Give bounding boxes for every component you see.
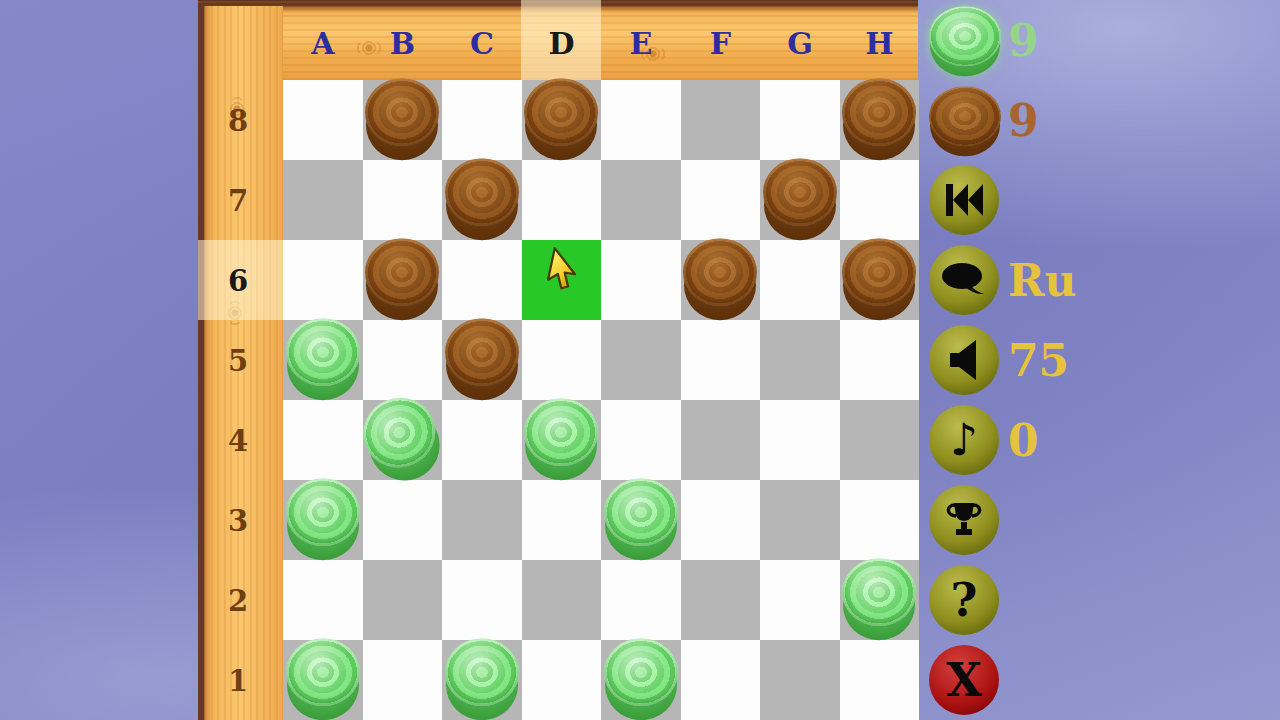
square-a6[interactable] (283, 240, 363, 320)
green-checker[interactable] (286, 318, 360, 400)
square-g7[interactable] (760, 160, 840, 240)
square-e6[interactable] (601, 240, 681, 320)
square-b7[interactable] (363, 160, 443, 240)
row-label-6: 6 (198, 264, 278, 298)
green-pieces-count: 9 (1008, 10, 1128, 72)
square-g4[interactable] (760, 400, 840, 480)
square-g5[interactable] (760, 320, 840, 400)
square-e3[interactable] (601, 480, 681, 560)
square-f4[interactable] (681, 400, 761, 480)
column-label-b: B (363, 26, 443, 61)
square-c3[interactable] (442, 480, 522, 560)
square-b1[interactable] (363, 640, 443, 720)
column-label-c: C (442, 26, 522, 61)
row-label-1: 1 (198, 664, 278, 698)
square-c7[interactable] (442, 160, 522, 240)
square-a5[interactable] (283, 320, 363, 400)
brown-checker[interactable] (365, 78, 439, 160)
column-label-g: G (760, 26, 840, 61)
square-e8[interactable] (601, 80, 681, 160)
square-f7[interactable] (681, 160, 761, 240)
square-h8[interactable] (840, 80, 920, 160)
square-a1[interactable] (283, 640, 363, 720)
column-label-h: H (840, 26, 920, 61)
square-a2[interactable] (283, 560, 363, 640)
square-c5[interactable] (442, 320, 522, 400)
help-button[interactable]: ? (929, 565, 1001, 637)
speech-bubble-icon (941, 261, 987, 299)
x-close-icon: X (946, 657, 982, 703)
square-g8[interactable] (760, 80, 840, 160)
square-a4[interactable] (283, 400, 363, 480)
square-e5[interactable] (601, 320, 681, 400)
square-d3[interactable] (522, 480, 602, 560)
square-e7[interactable] (601, 160, 681, 240)
square-g2[interactable] (760, 560, 840, 640)
square-h2[interactable] (840, 560, 920, 640)
column-label-e: E (601, 26, 681, 61)
brown-checker[interactable] (763, 158, 837, 240)
square-d1[interactable] (522, 640, 602, 720)
column-label-f: F (681, 26, 761, 61)
achievements-button[interactable] (929, 485, 1001, 557)
square-g3[interactable] (760, 480, 840, 560)
brown-pieces-counter (929, 86, 1001, 158)
green-checker[interactable] (842, 558, 916, 640)
row-label-8: 8 (198, 104, 278, 138)
language-chat-button[interactable] (929, 245, 1001, 317)
green-checker[interactable] (353, 387, 452, 492)
row-label-3: 3 (198, 504, 278, 538)
brown-checker[interactable] (683, 238, 757, 320)
language-label: Ru (1008, 250, 1128, 312)
square-h4[interactable] (840, 400, 920, 480)
undo-rewind-button[interactable] (929, 165, 1001, 237)
square-f2[interactable] (681, 560, 761, 640)
square-c6[interactable] (442, 240, 522, 320)
square-f5[interactable] (681, 320, 761, 400)
brown-pieces-count: 9 (1008, 90, 1128, 152)
brown-checker[interactable] (842, 78, 916, 160)
square-c8[interactable] (442, 80, 522, 160)
square-g6[interactable] (760, 240, 840, 320)
row-label-5: 5 (198, 344, 278, 378)
column-label-d: D (522, 26, 602, 61)
rewind-icon (943, 181, 985, 219)
square-b5[interactable] (363, 320, 443, 400)
square-b3[interactable] (363, 480, 443, 560)
square-f3[interactable] (681, 480, 761, 560)
square-d5[interactable] (522, 320, 602, 400)
square-d8[interactable] (522, 80, 602, 160)
brown-checker[interactable] (524, 78, 598, 160)
square-d4[interactable] (522, 400, 602, 480)
row-label-2: 2 (198, 584, 278, 618)
green-checker[interactable] (604, 638, 678, 720)
square-e2[interactable] (601, 560, 681, 640)
green-checker[interactable] (445, 638, 519, 720)
square-c2[interactable] (442, 560, 522, 640)
square-h7[interactable] (840, 160, 920, 240)
square-h1[interactable] (840, 640, 920, 720)
square-e1[interactable] (601, 640, 681, 720)
green-pieces-counter (929, 6, 1001, 78)
green-checker[interactable] (286, 478, 360, 560)
speaker-icon (945, 339, 983, 381)
square-d2[interactable] (522, 560, 602, 640)
music-volume-button[interactable]: ♪ (929, 405, 1001, 477)
brown-checker-icon (929, 86, 1001, 156)
square-d7[interactable] (522, 160, 602, 240)
trophy-icon (944, 500, 984, 540)
square-b4[interactable] (363, 400, 443, 480)
square-b8[interactable] (363, 80, 443, 160)
column-label-a: A (283, 26, 363, 61)
square-h5[interactable] (840, 320, 920, 400)
square-b2[interactable] (363, 560, 443, 640)
brown-checker[interactable] (445, 158, 519, 240)
square-e4[interactable] (601, 400, 681, 480)
row-label-7: 7 (198, 184, 278, 218)
green-checker[interactable] (604, 478, 678, 560)
square-a3[interactable] (283, 480, 363, 560)
square-h3[interactable] (840, 480, 920, 560)
music-volume-value: 0 (1008, 410, 1128, 472)
brown-checker[interactable] (365, 238, 439, 320)
brown-checker[interactable] (445, 318, 519, 400)
square-h6[interactable] (840, 240, 920, 320)
square-a8[interactable] (283, 80, 363, 160)
question-mark-icon: ? (951, 577, 978, 623)
green-checker[interactable] (524, 398, 598, 480)
close-exit-button[interactable]: X (929, 645, 1001, 717)
board (283, 80, 919, 720)
square-c4[interactable] (442, 400, 522, 480)
square-b6[interactable] (363, 240, 443, 320)
sound-volume-value: 75 (1008, 330, 1128, 392)
square-c1[interactable] (442, 640, 522, 720)
green-checker[interactable] (286, 638, 360, 720)
square-a7[interactable] (283, 160, 363, 240)
green-checker-icon (929, 6, 1001, 76)
row-label-4: 4 (198, 424, 278, 458)
music-note-icon: ♪ (950, 418, 978, 462)
square-g1[interactable] (760, 640, 840, 720)
sound-volume-button[interactable] (929, 325, 1001, 397)
square-f8[interactable] (681, 80, 761, 160)
checkers-game-window: 9 9 Ru 75 (0, 0, 1280, 720)
square-f1[interactable] (681, 640, 761, 720)
square-f6[interactable] (681, 240, 761, 320)
brown-checker[interactable] (842, 238, 916, 320)
